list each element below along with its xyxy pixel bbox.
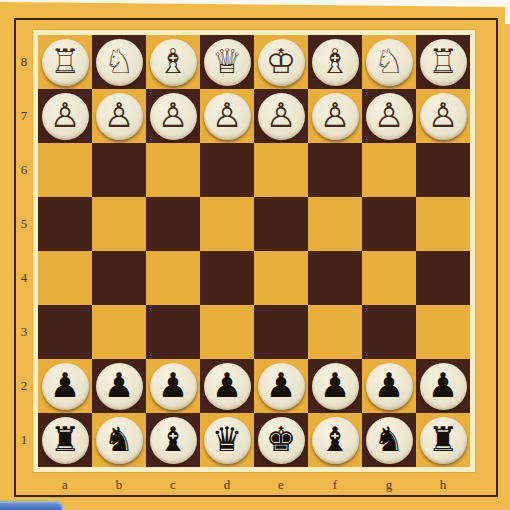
square-b7[interactable]: ♙ [92, 89, 146, 143]
square-d5[interactable] [200, 197, 254, 251]
rank-label-2: 2 [15, 359, 33, 413]
white-pawn-glyph: ♙ [428, 98, 458, 132]
white-bishop-glyph: ♗ [320, 44, 350, 78]
white-pawn-glyph: ♙ [212, 98, 242, 132]
square-h2[interactable]: ♟ [416, 359, 470, 413]
square-b1[interactable]: ♞ [92, 413, 146, 467]
black-bishop-glyph: ♝ [320, 422, 350, 456]
black-pawn-piece[interactable]: ♟ [204, 363, 251, 410]
file-label-g: g [362, 473, 416, 496]
white-pawn-glyph: ♙ [104, 98, 134, 132]
square-e3[interactable] [254, 305, 308, 359]
white-rook-glyph: ♖ [428, 44, 458, 78]
white-pawn-glyph: ♙ [158, 98, 188, 132]
square-h3[interactable] [416, 305, 470, 359]
white-knight-glyph: ♘ [374, 44, 404, 78]
black-rook-glyph: ♜ [428, 422, 458, 456]
white-bishop-piece[interactable]: ♗ [312, 39, 359, 86]
white-bishop-glyph: ♗ [158, 44, 188, 78]
square-g5[interactable] [362, 197, 416, 251]
rank-label-7: 7 [15, 89, 33, 143]
file-label-a: a [38, 473, 92, 496]
square-e5[interactable] [254, 197, 308, 251]
square-b2[interactable]: ♟ [92, 359, 146, 413]
blue-button-fragment[interactable] [0, 501, 63, 510]
white-pawn-glyph: ♙ [50, 98, 80, 132]
square-a2[interactable]: ♟ [38, 359, 92, 413]
square-f3[interactable] [308, 305, 362, 359]
square-g2[interactable]: ♟ [362, 359, 416, 413]
square-f4[interactable] [308, 251, 362, 305]
square-g4[interactable] [362, 251, 416, 305]
white-pawn-piece[interactable]: ♙ [96, 93, 143, 140]
square-d3[interactable] [200, 305, 254, 359]
black-knight-piece[interactable]: ♞ [96, 417, 143, 464]
black-pawn-piece[interactable]: ♟ [366, 363, 413, 410]
white-knight-glyph: ♘ [104, 44, 134, 78]
white-bishop-piece[interactable]: ♗ [150, 39, 197, 86]
white-knight-piece[interactable]: ♘ [366, 39, 413, 86]
square-f1[interactable]: ♝ [308, 413, 362, 467]
white-knight-piece[interactable]: ♘ [96, 39, 143, 86]
square-a6[interactable] [38, 143, 92, 197]
black-pawn-glyph: ♟ [428, 368, 458, 402]
square-d4[interactable] [200, 251, 254, 305]
square-c1[interactable]: ♝ [146, 413, 200, 467]
square-b5[interactable] [92, 197, 146, 251]
white-pawn-glyph: ♙ [266, 98, 296, 132]
square-g3[interactable] [362, 305, 416, 359]
file-label-e: e [254, 473, 308, 496]
square-g6[interactable] [362, 143, 416, 197]
square-h4[interactable] [416, 251, 470, 305]
rank-label-8: 8 [15, 35, 33, 89]
black-king-piece[interactable]: ♚ [258, 417, 305, 464]
white-pawn-piece[interactable]: ♙ [150, 93, 197, 140]
square-f8[interactable]: ♗ [308, 35, 362, 89]
black-bishop-glyph: ♝ [158, 422, 188, 456]
square-h5[interactable] [416, 197, 470, 251]
white-pawn-glyph: ♙ [374, 98, 404, 132]
square-g8[interactable]: ♘ [362, 35, 416, 89]
white-pawn-piece[interactable]: ♙ [42, 93, 89, 140]
black-bishop-piece[interactable]: ♝ [150, 417, 197, 464]
file-label-b: b [92, 473, 146, 496]
square-c8[interactable]: ♗ [146, 35, 200, 89]
rank-label-1: 1 [15, 413, 33, 467]
rank-label-3: 3 [15, 305, 33, 359]
square-e2[interactable]: ♟ [254, 359, 308, 413]
photo-edge-artifact-right [505, 0, 510, 24]
square-f2[interactable]: ♟ [308, 359, 362, 413]
black-bishop-piece[interactable]: ♝ [312, 417, 359, 464]
black-knight-glyph: ♞ [104, 422, 134, 456]
white-pawn-piece[interactable]: ♙ [258, 93, 305, 140]
white-pawn-glyph: ♙ [320, 98, 350, 132]
square-c7[interactable]: ♙ [146, 89, 200, 143]
square-c4[interactable] [146, 251, 200, 305]
square-d2[interactable]: ♟ [200, 359, 254, 413]
square-h8[interactable]: ♖ [416, 35, 470, 89]
file-label-c: c [146, 473, 200, 496]
black-pawn-glyph: ♟ [158, 368, 188, 402]
square-a5[interactable] [38, 197, 92, 251]
black-pawn-glyph: ♟ [320, 368, 350, 402]
square-h1[interactable]: ♜ [416, 413, 470, 467]
rank-label-4: 4 [15, 251, 33, 305]
white-rook-piece[interactable]: ♖ [420, 39, 467, 86]
photo-edge-artifact-top [0, 0, 510, 7]
square-b4[interactable] [92, 251, 146, 305]
square-e7[interactable]: ♙ [254, 89, 308, 143]
square-f6[interactable] [308, 143, 362, 197]
square-a7[interactable]: ♙ [38, 89, 92, 143]
file-label-h: h [416, 473, 470, 496]
black-pawn-piece[interactable]: ♟ [42, 363, 89, 410]
file-label-d: d [200, 473, 254, 496]
square-e1[interactable]: ♚ [254, 413, 308, 467]
black-knight-glyph: ♞ [374, 422, 404, 456]
black-pawn-piece[interactable]: ♟ [312, 363, 359, 410]
black-rook-piece[interactable]: ♜ [42, 417, 89, 464]
file-label-f: f [308, 473, 362, 496]
black-rook-piece[interactable]: ♜ [420, 417, 467, 464]
square-h7[interactable]: ♙ [416, 89, 470, 143]
square-c2[interactable]: ♟ [146, 359, 200, 413]
square-c6[interactable] [146, 143, 200, 197]
rank-label-5: 5 [15, 197, 33, 251]
black-pawn-glyph: ♟ [266, 368, 296, 402]
rank-label-6: 6 [15, 143, 33, 197]
square-f7[interactable]: ♙ [308, 89, 362, 143]
white-queen-glyph: ♕ [212, 44, 242, 78]
black-queen-piece[interactable]: ♛ [204, 417, 251, 464]
square-g7[interactable]: ♙ [362, 89, 416, 143]
black-pawn-piece[interactable]: ♟ [150, 363, 197, 410]
square-a1[interactable]: ♜ [38, 413, 92, 467]
square-g1[interactable]: ♞ [362, 413, 416, 467]
board-inner-border: ♖♘♗♕♔♗♘♖♙♙♙♙♙♙♙♙♟♟♟♟♟♟♟♟♜♞♝♛♚♝♞♜ [33, 30, 475, 472]
chess-board: ♖♘♗♕♔♗♘♖♙♙♙♙♙♙♙♙♟♟♟♟♟♟♟♟♜♞♝♛♚♝♞♜ [38, 35, 470, 467]
square-a4[interactable] [38, 251, 92, 305]
square-h6[interactable] [416, 143, 470, 197]
white-pawn-piece[interactable]: ♙ [204, 93, 251, 140]
square-a8[interactable]: ♖ [38, 35, 92, 89]
white-king-glyph: ♔ [266, 44, 296, 78]
black-pawn-piece[interactable]: ♟ [420, 363, 467, 410]
black-pawn-glyph: ♟ [374, 368, 404, 402]
square-d1[interactable]: ♛ [200, 413, 254, 467]
rank-labels: 87654321 [15, 35, 33, 467]
black-king-glyph: ♚ [266, 422, 296, 456]
square-b3[interactable] [92, 305, 146, 359]
black-pawn-piece[interactable]: ♟ [258, 363, 305, 410]
white-king-piece[interactable]: ♔ [258, 39, 305, 86]
white-pawn-piece[interactable]: ♙ [420, 93, 467, 140]
black-rook-glyph: ♜ [50, 422, 80, 456]
white-pawn-piece[interactable]: ♙ [366, 93, 413, 140]
square-a3[interactable] [38, 305, 92, 359]
square-c5[interactable] [146, 197, 200, 251]
white-pawn-piece[interactable]: ♙ [312, 93, 359, 140]
square-e6[interactable] [254, 143, 308, 197]
square-d8[interactable]: ♕ [200, 35, 254, 89]
black-queen-glyph: ♛ [212, 422, 242, 456]
square-f5[interactable] [308, 197, 362, 251]
black-knight-piece[interactable]: ♞ [366, 417, 413, 464]
black-pawn-piece[interactable]: ♟ [96, 363, 143, 410]
square-c3[interactable] [146, 305, 200, 359]
white-rook-piece[interactable]: ♖ [42, 39, 89, 86]
square-e4[interactable] [254, 251, 308, 305]
square-b6[interactable] [92, 143, 146, 197]
white-queen-piece[interactable]: ♕ [204, 39, 251, 86]
square-d6[interactable] [200, 143, 254, 197]
white-rook-glyph: ♖ [50, 44, 80, 78]
file-labels: abcdefgh [38, 473, 470, 496]
black-pawn-glyph: ♟ [50, 368, 80, 402]
black-pawn-glyph: ♟ [212, 368, 242, 402]
square-d7[interactable]: ♙ [200, 89, 254, 143]
square-b8[interactable]: ♘ [92, 35, 146, 89]
black-pawn-glyph: ♟ [104, 368, 134, 402]
square-e8[interactable]: ♔ [254, 35, 308, 89]
